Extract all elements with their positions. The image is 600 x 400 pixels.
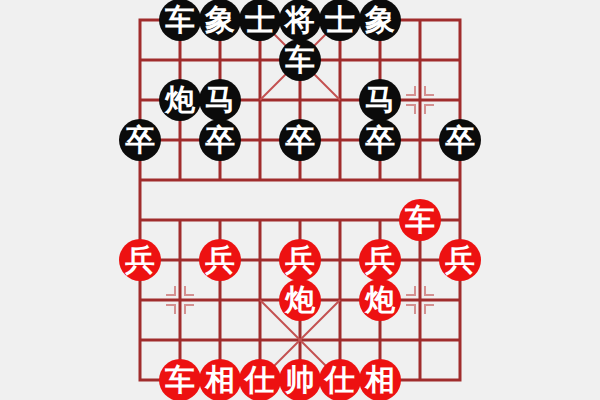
piece-red-soldier[interactable]: 兵 [439,239,481,281]
piece-black-soldier[interactable]: 卒 [119,119,161,161]
piece-red-soldier[interactable]: 兵 [359,239,401,281]
piece-black-chariot[interactable]: 车 [279,39,321,81]
piece-red-chariot[interactable]: 车 [159,359,201,400]
piece-black-general[interactable]: 将 [279,0,321,41]
piece-black-soldier[interactable]: 卒 [199,119,241,161]
piece-red-advisor[interactable]: 仕 [319,359,361,400]
piece-red-elephant[interactable]: 相 [359,359,401,400]
piece-black-soldier[interactable]: 卒 [359,119,401,161]
piece-red-general[interactable]: 帅 [279,359,321,400]
piece-red-soldier[interactable]: 兵 [199,239,241,281]
piece-black-horse[interactable]: 马 [359,79,401,121]
xiangqi-board[interactable]: 车象士将士象车炮马马卒卒卒卒卒车兵兵兵兵兵炮炮车相仕帅仕相 [0,0,600,400]
piece-red-elephant[interactable]: 相 [199,359,241,400]
piece-red-advisor[interactable]: 仕 [239,359,281,400]
piece-red-cannon[interactable]: 炮 [359,279,401,321]
piece-black-advisor[interactable]: 士 [319,0,361,41]
piece-black-elephant[interactable]: 象 [199,0,241,41]
xiangqi-screen: 车象士将士象车炮马马卒卒卒卒卒车兵兵兵兵兵炮炮车相仕帅仕相 [0,0,600,400]
piece-red-soldier[interactable]: 兵 [279,239,321,281]
piece-black-cannon[interactable]: 炮 [159,79,201,121]
piece-black-elephant[interactable]: 象 [359,0,401,41]
piece-red-cannon[interactable]: 炮 [279,279,321,321]
piece-red-chariot[interactable]: 车 [399,199,441,241]
piece-black-soldier[interactable]: 卒 [439,119,481,161]
pieces-layer: 车象士将士象车炮马马卒卒卒卒卒车兵兵兵兵兵炮炮车相仕帅仕相 [0,0,600,400]
piece-red-soldier[interactable]: 兵 [119,239,161,281]
piece-black-advisor[interactable]: 士 [239,0,281,41]
piece-black-chariot[interactable]: 车 [159,0,201,41]
piece-black-horse[interactable]: 马 [199,79,241,121]
piece-black-soldier[interactable]: 卒 [279,119,321,161]
